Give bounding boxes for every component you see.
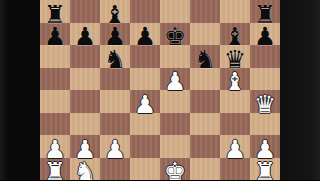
- square-c1[interactable]: [100, 158, 130, 181]
- square-b5[interactable]: [70, 68, 100, 91]
- square-c6[interactable]: ♞: [100, 45, 130, 68]
- square-g3[interactable]: [220, 113, 250, 136]
- square-a1[interactable]: ♜: [40, 158, 70, 181]
- square-b7[interactable]: ♟: [70, 23, 100, 46]
- square-f7[interactable]: [190, 23, 220, 46]
- piece-white-knight-b1: ♞: [74, 159, 96, 180]
- square-g5[interactable]: ♝: [220, 68, 250, 91]
- letterbox-right: [280, 0, 320, 180]
- square-d2[interactable]: [130, 135, 160, 158]
- square-f2[interactable]: [190, 135, 220, 158]
- square-g1[interactable]: [220, 158, 250, 181]
- square-h1[interactable]: ♜: [250, 158, 280, 181]
- square-f6[interactable]: ♞: [190, 45, 220, 68]
- square-d5[interactable]: [130, 68, 160, 91]
- square-f3[interactable]: [190, 113, 220, 136]
- square-d4[interactable]: ♟: [130, 90, 160, 113]
- square-a7[interactable]: ♟: [40, 23, 70, 46]
- square-e5[interactable]: ♟: [160, 68, 190, 91]
- square-a4[interactable]: [40, 90, 70, 113]
- square-h6[interactable]: [250, 45, 280, 68]
- square-h2[interactable]: ♟: [250, 135, 280, 158]
- square-a2[interactable]: ♟: [40, 135, 70, 158]
- square-e6[interactable]: [160, 45, 190, 68]
- chess-board: ♜♝♜♟♟♟♟♚♝♟♞♞♛♟♝♟♛♟♟♟♟♟♜♞♚♜: [40, 0, 280, 180]
- square-h8[interactable]: ♜: [250, 0, 280, 23]
- square-d6[interactable]: [130, 45, 160, 68]
- square-g7[interactable]: ♝: [220, 23, 250, 46]
- square-h3[interactable]: [250, 113, 280, 136]
- square-c7[interactable]: ♟: [100, 23, 130, 46]
- square-e3[interactable]: [160, 113, 190, 136]
- piece-white-rook-h1: ♜: [254, 159, 276, 180]
- square-c8[interactable]: ♝: [100, 0, 130, 23]
- square-d1[interactable]: [130, 158, 160, 181]
- square-d7[interactable]: ♟: [130, 23, 160, 46]
- square-d3[interactable]: [130, 113, 160, 136]
- square-e2[interactable]: [160, 135, 190, 158]
- square-c2[interactable]: ♟: [100, 135, 130, 158]
- square-c4[interactable]: [100, 90, 130, 113]
- square-e4[interactable]: [160, 90, 190, 113]
- square-e7[interactable]: ♚: [160, 23, 190, 46]
- square-g2[interactable]: ♟: [220, 135, 250, 158]
- square-b8[interactable]: [70, 0, 100, 23]
- square-g8[interactable]: [220, 0, 250, 23]
- square-a5[interactable]: [40, 68, 70, 91]
- square-b6[interactable]: [70, 45, 100, 68]
- square-e1[interactable]: ♚: [160, 158, 190, 181]
- square-a8[interactable]: ♜: [40, 0, 70, 23]
- square-f4[interactable]: [190, 90, 220, 113]
- piece-white-rook-a1: ♜: [44, 159, 66, 180]
- square-g4[interactable]: [220, 90, 250, 113]
- square-f5[interactable]: [190, 68, 220, 91]
- square-b4[interactable]: [70, 90, 100, 113]
- square-a3[interactable]: [40, 113, 70, 136]
- square-b2[interactable]: ♟: [70, 135, 100, 158]
- square-f1[interactable]: [190, 158, 220, 181]
- square-c3[interactable]: [100, 113, 130, 136]
- square-h7[interactable]: ♟: [250, 23, 280, 46]
- square-b1[interactable]: ♞: [70, 158, 100, 181]
- letterbox-left: [0, 0, 40, 180]
- piece-white-king-e1: ♚: [164, 159, 186, 180]
- square-h5[interactable]: [250, 68, 280, 91]
- square-g6[interactable]: ♛: [220, 45, 250, 68]
- square-e8[interactable]: [160, 0, 190, 23]
- square-h4[interactable]: ♛: [250, 90, 280, 113]
- square-a6[interactable]: [40, 45, 70, 68]
- square-b3[interactable]: [70, 113, 100, 136]
- square-f8[interactable]: [190, 0, 220, 23]
- square-d8[interactable]: [130, 0, 160, 23]
- video-frame: ♜♝♜♟♟♟♟♚♝♟♞♞♛♟♝♟♛♟♟♟♟♟♜♞♚♜: [0, 0, 320, 180]
- square-c5[interactable]: [100, 68, 130, 91]
